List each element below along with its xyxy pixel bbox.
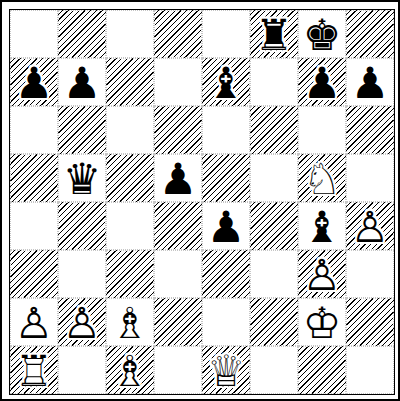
piece-black-pawn[interactable]: ♟♟ [346,58,394,106]
square-c7[interactable] [106,58,154,106]
square-e4[interactable]: ♟♟ [202,202,250,250]
square-e6[interactable] [202,106,250,154]
square-g6[interactable] [298,106,346,154]
piece-white-queen[interactable]: ♛♕ [202,346,250,394]
square-b4[interactable] [58,202,106,250]
piece-black-king[interactable]: ♚♚ [298,10,346,58]
square-c6[interactable] [106,106,154,154]
square-d8[interactable] [154,10,202,58]
square-f2[interactable] [250,298,298,346]
square-a4[interactable] [10,202,58,250]
square-b2[interactable]: ♟♙ [58,298,106,346]
square-c5[interactable] [106,154,154,202]
square-f1[interactable] [250,346,298,394]
square-c4[interactable] [106,202,154,250]
square-g5[interactable]: ♞♘ [298,154,346,202]
square-g7[interactable]: ♟♟ [298,58,346,106]
pawn-icon: ♟ [10,58,58,106]
square-g1[interactable] [298,346,346,394]
piece-white-bishop[interactable]: ♝♗ [106,346,154,394]
chess-diagram: ♜♜♚♚♟♟♟♟♝♝♟♟♟♟♛♛♟♟♞♘♟♟♝♝♟♙♟♙♟♙♟♙♝♗♚♔♜♖♝♗… [0,0,400,401]
piece-white-king[interactable]: ♚♔ [298,298,346,346]
square-d6[interactable] [154,106,202,154]
square-g3[interactable]: ♟♙ [298,250,346,298]
square-a2[interactable]: ♟♙ [10,298,58,346]
square-f6[interactable] [250,106,298,154]
pawn-icon: ♟ [154,154,202,202]
piece-black-rook[interactable]: ♜♜ [250,10,298,58]
square-h7[interactable]: ♟♟ [346,58,394,106]
square-b1[interactable] [58,346,106,394]
square-h5[interactable] [346,154,394,202]
piece-black-bishop[interactable]: ♝♝ [298,202,346,250]
square-d2[interactable] [154,298,202,346]
square-a3[interactable] [10,250,58,298]
square-d1[interactable] [154,346,202,394]
square-b6[interactable] [58,106,106,154]
knight-icon: ♘ [298,154,346,202]
pawn-icon: ♟ [58,58,106,106]
pawn-icon: ♟ [298,58,346,106]
square-a1[interactable]: ♜♖ [10,346,58,394]
bishop-icon: ♝ [202,58,250,106]
square-e5[interactable] [202,154,250,202]
square-f7[interactable] [250,58,298,106]
square-h1[interactable] [346,346,394,394]
piece-white-rook[interactable]: ♜♖ [10,346,58,394]
square-c2[interactable]: ♝♗ [106,298,154,346]
pawn-icon: ♙ [298,250,346,298]
square-g8[interactable]: ♚♚ [298,10,346,58]
square-h2[interactable] [346,298,394,346]
king-icon: ♔ [298,298,346,346]
piece-white-pawn[interactable]: ♟♙ [10,298,58,346]
square-d7[interactable] [154,58,202,106]
square-h6[interactable] [346,106,394,154]
piece-black-bishop[interactable]: ♝♝ [202,58,250,106]
square-f3[interactable] [250,250,298,298]
square-f8[interactable]: ♜♜ [250,10,298,58]
chess-board[interactable]: ♜♜♚♚♟♟♟♟♝♝♟♟♟♟♛♛♟♟♞♘♟♟♝♝♟♙♟♙♟♙♟♙♝♗♚♔♜♖♝♗… [9,9,395,395]
square-g4[interactable]: ♝♝ [298,202,346,250]
piece-black-queen[interactable]: ♛♛ [58,154,106,202]
square-a7[interactable]: ♟♟ [10,58,58,106]
square-c3[interactable] [106,250,154,298]
piece-black-pawn[interactable]: ♟♟ [10,58,58,106]
square-h4[interactable]: ♟♙ [346,202,394,250]
piece-black-pawn[interactable]: ♟♟ [58,58,106,106]
square-f4[interactable] [250,202,298,250]
bishop-icon: ♗ [106,298,154,346]
piece-black-pawn[interactable]: ♟♟ [202,202,250,250]
rook-icon: ♖ [10,346,58,394]
square-e8[interactable] [202,10,250,58]
queen-icon: ♛ [58,154,106,202]
square-b8[interactable] [58,10,106,58]
pawn-icon: ♙ [58,298,106,346]
square-c8[interactable] [106,10,154,58]
queen-icon: ♕ [202,346,250,394]
square-d5[interactable]: ♟♟ [154,154,202,202]
square-e1[interactable]: ♛♕ [202,346,250,394]
rook-icon: ♜ [250,10,298,58]
piece-white-pawn[interactable]: ♟♙ [346,202,394,250]
square-d3[interactable] [154,250,202,298]
piece-black-pawn[interactable]: ♟♟ [298,58,346,106]
square-h3[interactable] [346,250,394,298]
bishop-icon: ♝ [298,202,346,250]
square-b3[interactable] [58,250,106,298]
square-b7[interactable]: ♟♟ [58,58,106,106]
pawn-icon: ♟ [346,58,394,106]
square-e7[interactable]: ♝♝ [202,58,250,106]
piece-white-bishop[interactable]: ♝♗ [106,298,154,346]
piece-black-pawn[interactable]: ♟♟ [154,154,202,202]
bishop-icon: ♗ [106,346,154,394]
square-b5[interactable]: ♛♛ [58,154,106,202]
square-e3[interactable] [202,250,250,298]
square-a6[interactable] [10,106,58,154]
pawn-icon: ♟ [202,202,250,250]
square-g2[interactable]: ♚♔ [298,298,346,346]
square-a5[interactable] [10,154,58,202]
square-e2[interactable] [202,298,250,346]
pawn-icon: ♙ [346,202,394,250]
diagram-frame: ♜♜♚♚♟♟♟♟♝♝♟♟♟♟♛♛♟♟♞♘♟♟♝♝♟♙♟♙♟♙♟♙♝♗♚♔♜♖♝♗… [0,0,400,401]
piece-white-pawn[interactable]: ♟♙ [58,298,106,346]
pawn-icon: ♙ [10,298,58,346]
square-f5[interactable] [250,154,298,202]
square-c1[interactable]: ♝♗ [106,346,154,394]
piece-white-knight[interactable]: ♞♘ [298,154,346,202]
piece-white-pawn[interactable]: ♟♙ [298,250,346,298]
square-h8[interactable] [346,10,394,58]
king-icon: ♚ [298,10,346,58]
square-a8[interactable] [10,10,58,58]
square-d4[interactable] [154,202,202,250]
